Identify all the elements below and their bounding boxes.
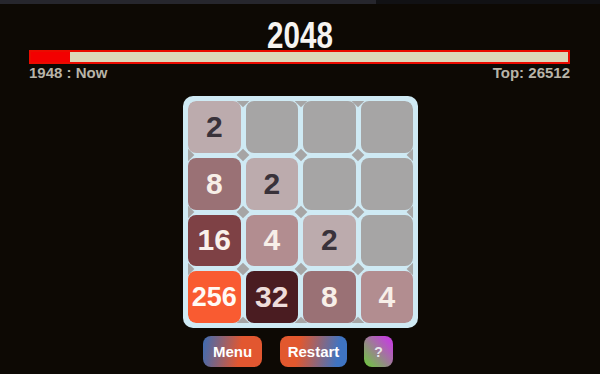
empty-cell-r2c3 [303, 158, 356, 210]
menu-button[interactable]: Menu [203, 336, 262, 367]
score-progress-bar [29, 50, 570, 64]
empty-cell-r1c4 [361, 101, 414, 153]
tile-8-r4c3: 8 [303, 271, 356, 323]
page-title: 2048 [60, 17, 540, 54]
tile-256-r4c1: 256 [188, 271, 241, 323]
score-row: 1948 : Now Top: 26512 [29, 65, 570, 81]
help-button[interactable]: ? [364, 336, 393, 367]
window-top-strip [0, 0, 600, 4]
tile-4-r4c4: 4 [361, 271, 414, 323]
tile-4-r3c2: 4 [246, 215, 299, 267]
top-strip-left-segment [0, 0, 376, 4]
empty-cell-r1c2 [246, 101, 299, 153]
top-score-label: Top: 26512 [493, 65, 570, 81]
tile-16-r3c1: 16 [188, 215, 241, 267]
tile-8-r2c1: 8 [188, 158, 241, 210]
empty-cell-r3c4 [361, 215, 414, 267]
app-screen: 2048 1948 : Now Top: 26512 2821642256328… [0, 0, 600, 374]
restart-button[interactable]: Restart [280, 336, 347, 367]
tile-32-r4c2: 32 [246, 271, 299, 323]
top-strip-right-segment [376, 0, 600, 4]
tile-2-r1c1: 2 [188, 101, 241, 153]
current-score-label: 1948 : Now [29, 65, 107, 81]
empty-cell-r1c3 [303, 101, 356, 153]
empty-cell-r2c4 [361, 158, 414, 210]
score-progress-fill [31, 52, 70, 62]
board-grid: 28216422563284 [188, 101, 413, 323]
tile-2-r3c3: 2 [303, 215, 356, 267]
tile-2-r2c2: 2 [246, 158, 299, 210]
game-board[interactable]: 28216422563284 [183, 96, 418, 328]
